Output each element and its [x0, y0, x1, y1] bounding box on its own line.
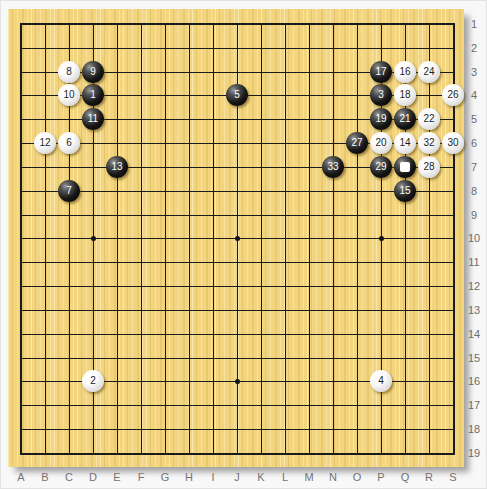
stone-white-10: 10 — [58, 84, 80, 106]
marked-stone-Q7 — [394, 156, 416, 178]
stone-white-20: 20 — [370, 132, 392, 154]
col-label-P: P — [369, 470, 393, 485]
stone-black-17: 17 — [370, 61, 392, 83]
row-label-18: 18 — [463, 422, 485, 436]
col-label-F: F — [129, 470, 153, 485]
col-label-C: C — [57, 470, 81, 485]
col-label-J: J — [225, 470, 249, 485]
stone-white-16: 16 — [394, 61, 416, 83]
stone-white-30: 30 — [442, 132, 464, 154]
stone-black-9: 9 — [82, 61, 104, 83]
col-label-N: N — [321, 470, 345, 485]
col-label-B: B — [33, 470, 57, 485]
stone-white-2: 2 — [82, 370, 104, 392]
stone-black-13: 13 — [106, 156, 128, 178]
col-label-K: K — [249, 470, 273, 485]
stone-black-11: 11 — [82, 108, 104, 130]
row-label-4: 4 — [463, 88, 485, 102]
col-label-R: R — [417, 470, 441, 485]
board-grid: 1234567891011121314151617181920212224262… — [9, 12, 465, 465]
stone-white-22: 22 — [418, 108, 440, 130]
row-label-10: 10 — [463, 231, 485, 245]
stone-white-12: 12 — [34, 132, 56, 154]
stone-black-7: 7 — [58, 180, 80, 202]
stone-black-5: 5 — [226, 84, 248, 106]
row-label-9: 9 — [463, 208, 485, 222]
stone-black-3: 3 — [370, 84, 392, 106]
stone-white-26: 26 — [442, 84, 464, 106]
stone-black-19: 19 — [370, 108, 392, 130]
stone-white-4: 4 — [370, 370, 392, 392]
col-label-G: G — [153, 470, 177, 485]
stone-black-27: 27 — [346, 132, 368, 154]
stone-white-8: 8 — [58, 61, 80, 83]
stone-white-32: 32 — [418, 132, 440, 154]
square-marker — [400, 162, 410, 172]
col-label-M: M — [297, 470, 321, 485]
stone-black-15: 15 — [394, 180, 416, 202]
row-label-14: 14 — [463, 327, 485, 341]
row-label-5: 5 — [463, 112, 485, 126]
col-label-O: O — [345, 470, 369, 485]
col-label-L: L — [273, 470, 297, 485]
stone-white-28: 28 — [418, 156, 440, 178]
stone-white-6: 6 — [58, 132, 80, 154]
stone-black-29: 29 — [370, 156, 392, 178]
col-label-S: S — [441, 470, 465, 485]
stone-white-24: 24 — [418, 61, 440, 83]
row-label-19: 19 — [463, 446, 485, 460]
row-label-8: 8 — [463, 184, 485, 198]
col-label-H: H — [177, 470, 201, 485]
col-label-E: E — [105, 470, 129, 485]
row-label-11: 11 — [463, 255, 485, 269]
col-label-A: A — [9, 470, 33, 485]
row-label-12: 12 — [463, 279, 485, 293]
stone-black-21: 21 — [394, 108, 416, 130]
row-label-17: 17 — [463, 398, 485, 412]
row-label-2: 2 — [463, 41, 485, 55]
stone-black-1: 1 — [82, 84, 104, 106]
page: 1234567891011121314151617181920212224262… — [0, 0, 487, 489]
row-label-13: 13 — [463, 303, 485, 317]
row-label-16: 16 — [463, 374, 485, 388]
row-label-7: 7 — [463, 160, 485, 174]
row-label-15: 15 — [463, 351, 485, 365]
row-label-3: 3 — [463, 65, 485, 79]
stone-white-14: 14 — [394, 132, 416, 154]
col-label-I: I — [201, 470, 225, 485]
row-label-6: 6 — [463, 136, 485, 150]
row-label-1: 1 — [463, 17, 485, 31]
col-label-Q: Q — [393, 470, 417, 485]
go-board[interactable]: 1234567891011121314151617181920212224262… — [8, 9, 464, 467]
stone-black-33: 33 — [322, 156, 344, 178]
stone-white-18: 18 — [394, 84, 416, 106]
col-label-D: D — [81, 470, 105, 485]
